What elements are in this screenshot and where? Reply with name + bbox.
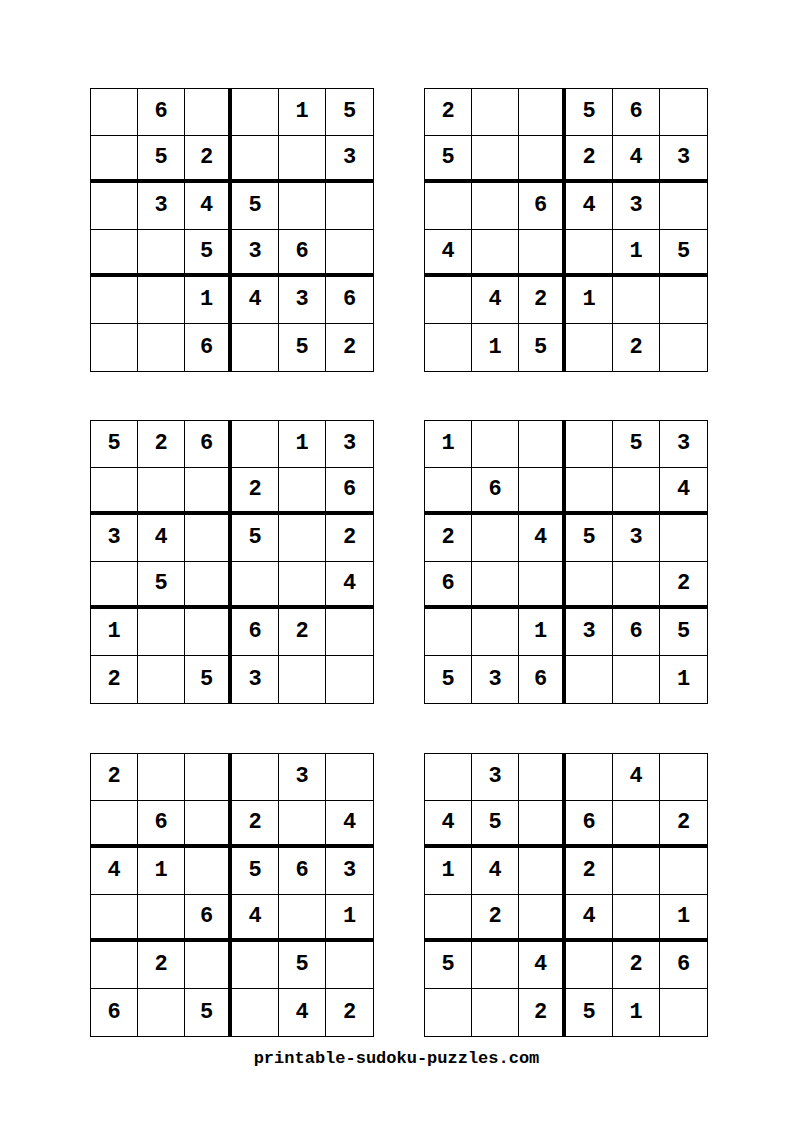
sudoku-5-cell-r6c4 (232, 989, 279, 1036)
sudoku-2-cell-r5c5 (613, 277, 660, 324)
sudoku-4-cell-r1c5: 5 (613, 421, 660, 468)
sudoku-1-cell-r5c4: 4 (232, 277, 279, 324)
sudoku-6-cell-r6c1 (425, 989, 472, 1036)
sudoku-2-cell-r1c3 (519, 89, 566, 136)
sudoku-5-cell-r1c2 (138, 754, 185, 801)
sudoku-3-cell-r3c1: 3 (91, 515, 138, 562)
sudoku-2-cell-r1c5: 6 (613, 89, 660, 136)
sudoku-grid-1: 6155233455361436652 (90, 88, 374, 372)
sudoku-5-cell-r4c4: 4 (232, 895, 279, 942)
sudoku-4-cell-r2c2: 6 (472, 468, 519, 515)
sudoku-6-cell-r5c2 (472, 942, 519, 989)
sudoku-3-cell-r3c3 (185, 515, 232, 562)
sudoku-2-cell-r2c4: 2 (566, 136, 613, 183)
sudoku-4-cell-r4c3 (519, 562, 566, 609)
sudoku-3-cell-r2c1 (91, 468, 138, 515)
sudoku-3-cell-r1c5: 1 (279, 421, 326, 468)
sudoku-2-cell-r3c2 (472, 183, 519, 230)
sudoku-2-cell-r6c5: 2 (613, 324, 660, 371)
sudoku-4-cell-r3c2 (472, 515, 519, 562)
sudoku-grid-2: 2565243643415421152 (424, 88, 708, 372)
sudoku-2-cell-r5c4: 1 (566, 277, 613, 324)
sudoku-1-cell-r6c4 (232, 324, 279, 371)
sudoku-1-cell-r6c3: 6 (185, 324, 232, 371)
sudoku-6-cell-r6c3: 2 (519, 989, 566, 1036)
sudoku-2-cell-r4c6: 5 (660, 230, 707, 277)
sudoku-6-cell-r5c4 (566, 942, 613, 989)
sudoku-6-cell-r6c5: 1 (613, 989, 660, 1036)
sudoku-2-cell-r2c3 (519, 136, 566, 183)
sudoku-2-cell-r1c2 (472, 89, 519, 136)
sudoku-5-cell-r1c3 (185, 754, 232, 801)
sudoku-6-cell-r2c6: 2 (660, 801, 707, 848)
sudoku-6-cell-r5c5: 2 (613, 942, 660, 989)
sudoku-4-cell-r3c1: 2 (425, 515, 472, 562)
sudoku-5-cell-r3c1: 4 (91, 848, 138, 895)
sudoku-5-cell-r6c6: 2 (326, 989, 373, 1036)
sudoku-4-cell-r6c1: 5 (425, 656, 472, 703)
sudoku-2-cell-r6c3: 5 (519, 324, 566, 371)
sudoku-5-cell-r5c2: 2 (138, 942, 185, 989)
sudoku-3-cell-r6c3: 5 (185, 656, 232, 703)
sudoku-6-cell-r1c6 (660, 754, 707, 801)
sudoku-2-cell-r4c5: 1 (613, 230, 660, 277)
sudoku-3-cell-r5c1: 1 (91, 609, 138, 656)
sudoku-4-cell-r1c6: 3 (660, 421, 707, 468)
sudoku-4-cell-r2c5 (613, 468, 660, 515)
sudoku-3-cell-r4c6: 4 (326, 562, 373, 609)
sudoku-2-cell-r3c3: 6 (519, 183, 566, 230)
sudoku-4-cell-r4c6: 2 (660, 562, 707, 609)
sudoku-2-cell-r4c3 (519, 230, 566, 277)
sudoku-3-cell-r6c2 (138, 656, 185, 703)
sudoku-3-cell-r4c3 (185, 562, 232, 609)
sudoku-4-cell-r4c4 (566, 562, 613, 609)
sudoku-3-cell-r1c1: 5 (91, 421, 138, 468)
sudoku-3-cell-r6c5 (279, 656, 326, 703)
sudoku-6-cell-r1c2: 3 (472, 754, 519, 801)
sudoku-6-cell-r1c5: 4 (613, 754, 660, 801)
sudoku-1-cell-r4c1 (91, 230, 138, 277)
sudoku-grid-4: 1536424536213655361 (424, 420, 708, 704)
sudoku-3-cell-r1c4 (232, 421, 279, 468)
sudoku-6-cell-r3c4: 2 (566, 848, 613, 895)
sudoku-5-cell-r5c1 (91, 942, 138, 989)
sudoku-1-cell-r5c6: 6 (326, 277, 373, 324)
sudoku-2-cell-r1c1: 2 (425, 89, 472, 136)
sudoku-2-cell-r6c4 (566, 324, 613, 371)
sudoku-3-cell-r3c5 (279, 515, 326, 562)
sudoku-2-cell-r6c2: 1 (472, 324, 519, 371)
sudoku-1-cell-r1c2: 6 (138, 89, 185, 136)
sudoku-4-cell-r1c1: 1 (425, 421, 472, 468)
sudoku-1-cell-r5c1 (91, 277, 138, 324)
sudoku-6-cell-r1c4 (566, 754, 613, 801)
sudoku-5-cell-r4c3: 6 (185, 895, 232, 942)
sudoku-2-cell-r5c2: 4 (472, 277, 519, 324)
sudoku-1-cell-r3c5 (279, 183, 326, 230)
sudoku-3-cell-r5c3 (185, 609, 232, 656)
sudoku-5-cell-r6c2 (138, 989, 185, 1036)
sudoku-3-cell-r5c4: 6 (232, 609, 279, 656)
sudoku-4-cell-r2c4 (566, 468, 613, 515)
sudoku-3-cell-r4c5 (279, 562, 326, 609)
sudoku-3-cell-r4c4 (232, 562, 279, 609)
sudoku-2-cell-r4c2 (472, 230, 519, 277)
sudoku-1-cell-r1c4 (232, 89, 279, 136)
sudoku-4-cell-r3c5: 3 (613, 515, 660, 562)
sudoku-2-cell-r4c1: 4 (425, 230, 472, 277)
sudoku-4-cell-r2c6: 4 (660, 468, 707, 515)
sudoku-1-cell-r5c3: 1 (185, 277, 232, 324)
sudoku-5-cell-r2c1 (91, 801, 138, 848)
sudoku-6-cell-r2c5 (613, 801, 660, 848)
sudoku-6-cell-r2c1: 4 (425, 801, 472, 848)
sudoku-1-cell-r3c6 (326, 183, 373, 230)
page: 6155233455361436652 2565243643415421152 … (0, 0, 793, 1122)
sudoku-4-cell-r5c2 (472, 609, 519, 656)
sudoku-4-cell-r6c5 (613, 656, 660, 703)
sudoku-3-cell-r5c6 (326, 609, 373, 656)
sudoku-6-cell-r4c2: 2 (472, 895, 519, 942)
footer-site-text: printable-sudoku-puzzles.com (0, 1049, 793, 1068)
sudoku-4-cell-r5c1 (425, 609, 472, 656)
sudoku-5-cell-r2c3 (185, 801, 232, 848)
sudoku-1-cell-r4c3: 5 (185, 230, 232, 277)
sudoku-grid-5: 2362441563641256542 (90, 753, 374, 1037)
sudoku-3-cell-r1c2: 2 (138, 421, 185, 468)
sudoku-3-cell-r3c6: 2 (326, 515, 373, 562)
sudoku-3-cell-r5c2 (138, 609, 185, 656)
sudoku-3-cell-r2c2 (138, 468, 185, 515)
sudoku-5-cell-r1c5: 3 (279, 754, 326, 801)
sudoku-5-cell-r3c4: 5 (232, 848, 279, 895)
sudoku-5-cell-r5c5: 5 (279, 942, 326, 989)
sudoku-4-cell-r5c5: 6 (613, 609, 660, 656)
sudoku-1-cell-r2c3: 2 (185, 136, 232, 183)
sudoku-4-cell-r5c3: 1 (519, 609, 566, 656)
sudoku-4-cell-r6c3: 6 (519, 656, 566, 703)
sudoku-5-cell-r4c6: 1 (326, 895, 373, 942)
sudoku-6-cell-r4c4: 4 (566, 895, 613, 942)
sudoku-6-cell-r2c3 (519, 801, 566, 848)
sudoku-6-cell-r3c6 (660, 848, 707, 895)
sudoku-4-cell-r1c2 (472, 421, 519, 468)
sudoku-6-cell-r6c4: 5 (566, 989, 613, 1036)
sudoku-6-cell-r4c6: 1 (660, 895, 707, 942)
sudoku-5-cell-r5c6 (326, 942, 373, 989)
sudoku-5-cell-r6c1: 6 (91, 989, 138, 1036)
sudoku-2-cell-r5c1 (425, 277, 472, 324)
sudoku-6-cell-r3c1: 1 (425, 848, 472, 895)
sudoku-6-cell-r3c2: 4 (472, 848, 519, 895)
sudoku-6-cell-r5c6: 6 (660, 942, 707, 989)
sudoku-2-cell-r5c6 (660, 277, 707, 324)
sudoku-4-cell-r6c4 (566, 656, 613, 703)
sudoku-1-cell-r4c4: 3 (232, 230, 279, 277)
sudoku-1-cell-r3c3: 4 (185, 183, 232, 230)
sudoku-4-cell-r1c4 (566, 421, 613, 468)
sudoku-4-cell-r1c3 (519, 421, 566, 468)
sudoku-5-cell-r3c6: 3 (326, 848, 373, 895)
sudoku-6-cell-r6c2 (472, 989, 519, 1036)
sudoku-6-cell-r6c6 (660, 989, 707, 1036)
sudoku-5-cell-r3c2: 1 (138, 848, 185, 895)
sudoku-1-cell-r5c2 (138, 277, 185, 324)
sudoku-6-cell-r3c3 (519, 848, 566, 895)
sudoku-2-cell-r5c3: 2 (519, 277, 566, 324)
sudoku-2-cell-r3c6 (660, 183, 707, 230)
sudoku-1-cell-r5c5: 3 (279, 277, 326, 324)
sudoku-3-cell-r2c4: 2 (232, 468, 279, 515)
sudoku-3-cell-r5c5: 2 (279, 609, 326, 656)
sudoku-4-cell-r6c2: 3 (472, 656, 519, 703)
sudoku-2-cell-r3c4: 4 (566, 183, 613, 230)
sudoku-3-cell-r3c4: 5 (232, 515, 279, 562)
sudoku-6-cell-r5c3: 4 (519, 942, 566, 989)
sudoku-5-cell-r2c4: 2 (232, 801, 279, 848)
sudoku-4-cell-r3c6 (660, 515, 707, 562)
sudoku-4-cell-r6c6: 1 (660, 656, 707, 703)
sudoku-3-cell-r1c6: 3 (326, 421, 373, 468)
sudoku-2-cell-r6c1 (425, 324, 472, 371)
sudoku-2-cell-r2c6: 3 (660, 136, 707, 183)
sudoku-1-cell-r6c2 (138, 324, 185, 371)
sudoku-6-cell-r1c1 (425, 754, 472, 801)
sudoku-5-cell-r4c5 (279, 895, 326, 942)
sudoku-5-cell-r5c3 (185, 942, 232, 989)
sudoku-3-cell-r6c1: 2 (91, 656, 138, 703)
sudoku-1-cell-r2c2: 5 (138, 136, 185, 183)
sudoku-5-cell-r1c1: 2 (91, 754, 138, 801)
sudoku-6-cell-r2c2: 5 (472, 801, 519, 848)
sudoku-1-cell-r3c4: 5 (232, 183, 279, 230)
sudoku-3-cell-r4c2: 5 (138, 562, 185, 609)
sudoku-6-cell-r4c1 (425, 895, 472, 942)
sudoku-4-cell-r5c6: 5 (660, 609, 707, 656)
sudoku-5-cell-r2c5 (279, 801, 326, 848)
sudoku-2-cell-r2c2 (472, 136, 519, 183)
sudoku-5-cell-r4c2 (138, 895, 185, 942)
sudoku-2-cell-r3c1 (425, 183, 472, 230)
sudoku-5-cell-r5c4 (232, 942, 279, 989)
sudoku-3-cell-r2c5 (279, 468, 326, 515)
sudoku-5-cell-r2c6: 4 (326, 801, 373, 848)
sudoku-6-cell-r1c3 (519, 754, 566, 801)
sudoku-grid-3: 5261326345254162253 (90, 420, 374, 704)
sudoku-2-cell-r6c6 (660, 324, 707, 371)
sudoku-1-cell-r4c6 (326, 230, 373, 277)
sudoku-1-cell-r2c1 (91, 136, 138, 183)
sudoku-1-cell-r3c2: 3 (138, 183, 185, 230)
sudoku-1-cell-r6c6: 2 (326, 324, 373, 371)
sudoku-6-cell-r2c4: 6 (566, 801, 613, 848)
sudoku-5-cell-r4c1 (91, 895, 138, 942)
sudoku-1-cell-r1c5: 1 (279, 89, 326, 136)
sudoku-1-cell-r6c1 (91, 324, 138, 371)
sudoku-5-cell-r1c4 (232, 754, 279, 801)
sudoku-5-cell-r1c6 (326, 754, 373, 801)
sudoku-1-cell-r2c6: 3 (326, 136, 373, 183)
sudoku-2-cell-r2c5: 4 (613, 136, 660, 183)
sudoku-5-cell-r2c2: 6 (138, 801, 185, 848)
sudoku-1-cell-r1c1 (91, 89, 138, 136)
sudoku-3-cell-r2c3 (185, 468, 232, 515)
sudoku-3-cell-r4c1 (91, 562, 138, 609)
sudoku-1-cell-r4c5: 6 (279, 230, 326, 277)
sudoku-4-cell-r5c4: 3 (566, 609, 613, 656)
sudoku-1-cell-r3c1 (91, 183, 138, 230)
sudoku-4-cell-r2c3 (519, 468, 566, 515)
sudoku-2-cell-r1c6 (660, 89, 707, 136)
sudoku-1-cell-r1c3 (185, 89, 232, 136)
sudoku-5-cell-r3c3 (185, 848, 232, 895)
sudoku-2-cell-r1c4: 5 (566, 89, 613, 136)
sudoku-2-cell-r2c1: 5 (425, 136, 472, 183)
sudoku-6-cell-r4c5 (613, 895, 660, 942)
sudoku-6-cell-r4c3 (519, 895, 566, 942)
sudoku-1-cell-r2c5 (279, 136, 326, 183)
sudoku-2-cell-r4c4 (566, 230, 613, 277)
sudoku-3-cell-r1c3: 6 (185, 421, 232, 468)
sudoku-4-cell-r3c3: 4 (519, 515, 566, 562)
sudoku-3-cell-r3c2: 4 (138, 515, 185, 562)
sudoku-4-cell-r4c2 (472, 562, 519, 609)
sudoku-4-cell-r4c1: 6 (425, 562, 472, 609)
sudoku-6-cell-r5c1: 5 (425, 942, 472, 989)
sudoku-3-cell-r2c6: 6 (326, 468, 373, 515)
sudoku-1-cell-r4c2 (138, 230, 185, 277)
sudoku-4-cell-r4c5 (613, 562, 660, 609)
sudoku-1-cell-r6c5: 5 (279, 324, 326, 371)
sudoku-5-cell-r6c3: 5 (185, 989, 232, 1036)
sudoku-3-cell-r6c6 (326, 656, 373, 703)
sudoku-4-cell-r3c4: 5 (566, 515, 613, 562)
sudoku-3-cell-r6c4: 3 (232, 656, 279, 703)
sudoku-6-cell-r3c5 (613, 848, 660, 895)
sudoku-2-cell-r3c5: 3 (613, 183, 660, 230)
sudoku-4-cell-r2c1 (425, 468, 472, 515)
sudoku-1-cell-r2c4 (232, 136, 279, 183)
sudoku-5-cell-r3c5: 6 (279, 848, 326, 895)
sudoku-1-cell-r1c6: 5 (326, 89, 373, 136)
sudoku-grid-6: 3445621422415426251 (424, 753, 708, 1037)
sudoku-5-cell-r6c5: 4 (279, 989, 326, 1036)
